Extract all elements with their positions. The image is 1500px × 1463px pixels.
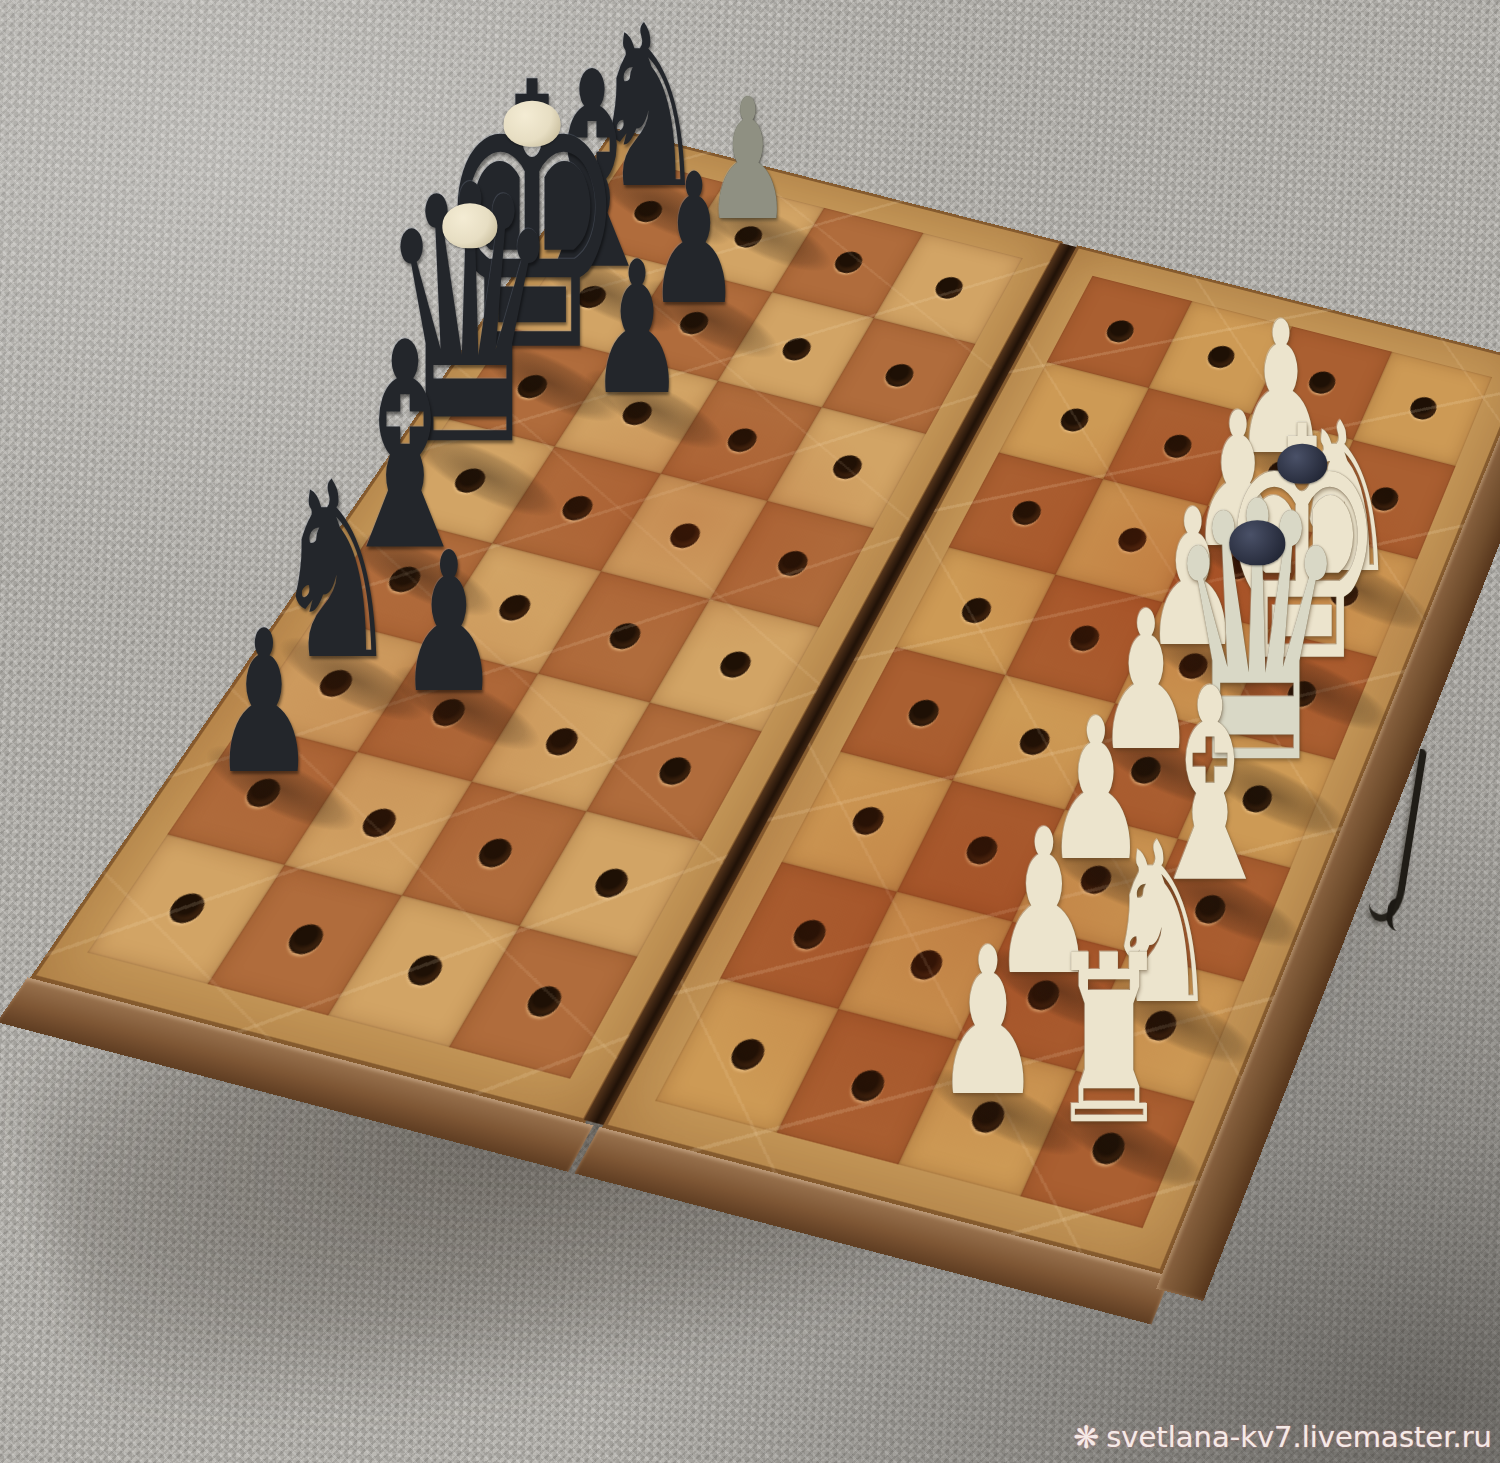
peg-hole — [715, 649, 756, 681]
peg-hole — [590, 866, 634, 901]
peg-hole — [1057, 406, 1093, 434]
peg-hole — [1076, 863, 1116, 897]
peg-hole — [846, 1067, 889, 1104]
peg-hole — [848, 804, 889, 838]
peg-hole — [1407, 395, 1440, 422]
peg-hole — [1023, 977, 1064, 1013]
peg-hole — [1066, 623, 1104, 654]
peg-hole — [665, 521, 705, 551]
peg-hole — [1191, 892, 1230, 926]
peg-hole — [773, 548, 812, 578]
peg-hole — [357, 806, 402, 840]
peg-hole — [572, 283, 610, 310]
peg-hole — [618, 399, 657, 428]
peg-hole — [473, 836, 517, 871]
peg-hole — [557, 493, 597, 523]
peg-hole — [427, 696, 470, 729]
watermark: ❋ svetlana-kv7.livemaster.ru — [1073, 1419, 1492, 1455]
peg-hole — [1327, 579, 1362, 609]
peg-hole — [1114, 525, 1151, 555]
peg-hole — [522, 983, 567, 1020]
peg-hole — [723, 426, 762, 455]
peg-hole — [241, 776, 287, 810]
peg-hole — [726, 1036, 770, 1073]
peg-hole — [904, 697, 944, 729]
watermark-text: svetlana-kv7.livemaster.ru — [1106, 1420, 1492, 1454]
peg-hole — [314, 667, 358, 700]
peg-hole — [630, 198, 667, 224]
peg-hole — [931, 275, 967, 302]
peg-hole — [1368, 485, 1402, 514]
peg-hole — [962, 833, 1002, 867]
peg-hole — [675, 309, 713, 336]
peg-hole — [1305, 369, 1339, 396]
peg-hole — [1141, 1008, 1181, 1044]
peg-hole — [494, 592, 536, 623]
peg-hole — [957, 595, 995, 626]
peg-hole — [1160, 432, 1195, 460]
peg-hole — [1103, 318, 1138, 345]
peg-hole — [730, 224, 767, 250]
peg-hole — [1015, 725, 1054, 757]
peg-hole — [828, 453, 866, 482]
peg-hole — [1238, 782, 1276, 815]
peg-hole — [1008, 498, 1045, 527]
peg-hole — [450, 466, 491, 496]
peg-hole — [283, 921, 330, 957]
peg-hole — [788, 917, 830, 952]
watermark-star-icon: ❋ — [1073, 1419, 1099, 1455]
peg-hole — [1175, 650, 1212, 681]
peg-hole — [778, 335, 815, 363]
peg-hole — [383, 564, 425, 595]
peg-hole — [512, 372, 552, 400]
peg-hole — [906, 947, 948, 983]
peg-hole — [402, 952, 448, 988]
peg-hole — [881, 361, 918, 389]
peg-hole — [1284, 678, 1321, 709]
peg-hole — [1264, 458, 1299, 486]
peg-hole — [1204, 343, 1238, 370]
peg-hole — [604, 620, 645, 652]
peg-hole — [1088, 1129, 1130, 1167]
peg-hole — [967, 1098, 1010, 1136]
peg-hole — [540, 725, 583, 758]
peg-hole — [163, 890, 210, 926]
peg-hole — [654, 754, 696, 787]
peg-hole — [1220, 552, 1256, 582]
peg-hole — [830, 249, 866, 275]
peg-hole — [1127, 754, 1165, 787]
